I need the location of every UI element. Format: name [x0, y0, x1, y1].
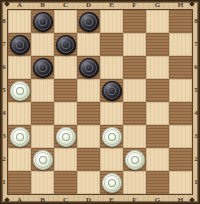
square-f3[interactable]: [123, 125, 146, 148]
square-e7[interactable]: [100, 33, 123, 56]
square-e5[interactable]: [100, 79, 123, 102]
black-man-b8[interactable]: [33, 12, 53, 32]
square-a1[interactable]: [8, 171, 31, 194]
square-c8[interactable]: [54, 10, 77, 33]
file-label-f: F: [123, 196, 146, 204]
file-label-h: H: [169, 196, 192, 204]
rank-label-6: 6: [193, 56, 199, 79]
rank-label-4: 4: [193, 102, 199, 125]
rank-label-7: 7: [193, 33, 199, 56]
square-h1[interactable]: [169, 171, 192, 194]
white-man-c3[interactable]: [56, 127, 76, 147]
square-d5[interactable]: [77, 79, 100, 102]
square-c1[interactable]: [54, 171, 77, 194]
file-labels-top: ABCDEFGH: [8, 1, 192, 9]
square-f2[interactable]: [123, 148, 146, 171]
square-a7[interactable]: [8, 33, 31, 56]
black-man-e5[interactable]: [102, 81, 122, 101]
square-h7[interactable]: [169, 33, 192, 56]
file-label-c: C: [54, 196, 77, 204]
square-e3[interactable]: [100, 125, 123, 148]
square-h8[interactable]: [169, 10, 192, 33]
square-h3[interactable]: [169, 125, 192, 148]
square-c2[interactable]: [54, 148, 77, 171]
square-f5[interactable]: [123, 79, 146, 102]
square-d7[interactable]: [77, 33, 100, 56]
file-label-b: B: [31, 1, 54, 9]
square-c7[interactable]: [54, 33, 77, 56]
file-label-g: G: [146, 196, 169, 204]
square-g2[interactable]: [146, 148, 169, 171]
square-a4[interactable]: [8, 102, 31, 125]
square-f6[interactable]: [123, 56, 146, 79]
rank-label-8: 8: [193, 10, 199, 33]
square-c6[interactable]: [54, 56, 77, 79]
white-man-f2[interactable]: [125, 150, 145, 170]
rank-label-5: 5: [193, 79, 199, 102]
file-label-e: E: [100, 196, 123, 204]
square-a8[interactable]: [8, 10, 31, 33]
square-a6[interactable]: [8, 56, 31, 79]
file-label-g: G: [146, 1, 169, 9]
board-frame: ABCDEFGH ABCDEFGH 87654321 87654321: [0, 0, 200, 204]
file-label-a: A: [8, 196, 31, 204]
black-man-d8[interactable]: [79, 12, 99, 32]
square-c3[interactable]: [54, 125, 77, 148]
square-f8[interactable]: [123, 10, 146, 33]
file-label-e: E: [100, 1, 123, 9]
square-e2[interactable]: [100, 148, 123, 171]
square-b3[interactable]: [31, 125, 54, 148]
square-d4[interactable]: [77, 102, 100, 125]
square-d6[interactable]: [77, 56, 100, 79]
white-man-e3[interactable]: [102, 127, 122, 147]
rank-label-2: 2: [193, 148, 199, 171]
square-e6[interactable]: [100, 56, 123, 79]
square-h4[interactable]: [169, 102, 192, 125]
square-g1[interactable]: [146, 171, 169, 194]
square-d3[interactable]: [77, 125, 100, 148]
square-b2[interactable]: [31, 148, 54, 171]
square-g4[interactable]: [146, 102, 169, 125]
square-g6[interactable]: [146, 56, 169, 79]
square-g3[interactable]: [146, 125, 169, 148]
black-man-a7[interactable]: [10, 35, 30, 55]
square-a2[interactable]: [8, 148, 31, 171]
square-g5[interactable]: [146, 79, 169, 102]
rank-labels-right: 87654321: [193, 10, 199, 194]
square-d1[interactable]: [77, 171, 100, 194]
square-c4[interactable]: [54, 102, 77, 125]
file-label-d: D: [77, 1, 100, 9]
file-label-f: F: [123, 1, 146, 9]
square-b7[interactable]: [31, 33, 54, 56]
white-man-a3[interactable]: [10, 127, 30, 147]
square-b5[interactable]: [31, 79, 54, 102]
square-d2[interactable]: [77, 148, 100, 171]
square-f1[interactable]: [123, 171, 146, 194]
square-b4[interactable]: [31, 102, 54, 125]
file-label-d: D: [77, 196, 100, 204]
square-b1[interactable]: [31, 171, 54, 194]
file-label-c: C: [54, 1, 77, 9]
white-man-e1[interactable]: [102, 173, 122, 193]
square-a3[interactable]: [8, 125, 31, 148]
white-man-a5[interactable]: [10, 81, 30, 101]
file-label-b: B: [31, 196, 54, 204]
rank-label-3: 3: [193, 125, 199, 148]
file-label-h: H: [169, 1, 192, 9]
white-man-b2[interactable]: [33, 150, 53, 170]
square-b8[interactable]: [31, 10, 54, 33]
rank-label-1: 1: [193, 171, 199, 194]
black-man-b6[interactable]: [33, 58, 53, 78]
square-g8[interactable]: [146, 10, 169, 33]
square-b6[interactable]: [31, 56, 54, 79]
checkers-board: [7, 9, 193, 195]
square-e4[interactable]: [100, 102, 123, 125]
square-f4[interactable]: [123, 102, 146, 125]
black-man-d6[interactable]: [79, 58, 99, 78]
square-f7[interactable]: [123, 33, 146, 56]
square-h2[interactable]: [169, 148, 192, 171]
square-h5[interactable]: [169, 79, 192, 102]
square-d8[interactable]: [77, 10, 100, 33]
square-c5[interactable]: [54, 79, 77, 102]
black-man-c7[interactable]: [56, 35, 76, 55]
file-labels-bottom: ABCDEFGH: [8, 196, 192, 204]
square-e8[interactable]: [100, 10, 123, 33]
square-e1[interactable]: [100, 171, 123, 194]
square-h6[interactable]: [169, 56, 192, 79]
square-a5[interactable]: [8, 79, 31, 102]
square-g7[interactable]: [146, 33, 169, 56]
file-label-a: A: [8, 1, 31, 9]
